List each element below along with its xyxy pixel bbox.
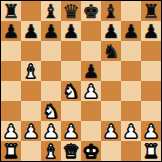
square-e4[interactable]: ♟ xyxy=(81,81,101,101)
square-h1[interactable]: ♜ xyxy=(141,141,161,161)
square-c2[interactable]: ♟ xyxy=(41,121,61,141)
square-e7[interactable] xyxy=(81,21,101,41)
square-b4[interactable] xyxy=(21,81,41,101)
white-knight[interactable]: ♞ xyxy=(62,81,79,101)
black-queen[interactable]: ♛ xyxy=(62,1,79,21)
square-h6[interactable] xyxy=(141,41,161,61)
square-g2[interactable]: ♟ xyxy=(121,121,141,141)
square-h8[interactable]: ♜ xyxy=(141,1,161,21)
square-h3[interactable] xyxy=(141,101,161,121)
square-d5[interactable] xyxy=(61,61,81,81)
square-a3[interactable] xyxy=(1,101,21,121)
white-rook[interactable]: ♜ xyxy=(142,141,159,161)
square-g1[interactable] xyxy=(121,141,141,161)
black-pawn[interactable]: ♟ xyxy=(122,21,139,41)
square-a4[interactable] xyxy=(1,81,21,101)
square-f6[interactable]: ♞ xyxy=(101,41,121,61)
square-a1[interactable]: ♜ xyxy=(1,141,21,161)
square-f2[interactable]: ♟ xyxy=(101,121,121,141)
square-c6[interactable] xyxy=(41,41,61,61)
square-d8[interactable]: ♛ xyxy=(61,1,81,21)
square-d7[interactable]: ♟ xyxy=(61,21,81,41)
square-g7[interactable]: ♟ xyxy=(121,21,141,41)
square-f1[interactable] xyxy=(101,141,121,161)
square-g5[interactable] xyxy=(121,61,141,81)
white-queen[interactable]: ♛ xyxy=(62,141,79,161)
square-d2[interactable]: ♟ xyxy=(61,121,81,141)
square-b2[interactable]: ♟ xyxy=(21,121,41,141)
square-d4[interactable]: ♞ xyxy=(61,81,81,101)
square-h4[interactable] xyxy=(141,81,161,101)
white-rook[interactable]: ♜ xyxy=(2,141,19,161)
white-king[interactable]: ♚ xyxy=(82,141,99,161)
square-f7[interactable]: ♟ xyxy=(101,21,121,41)
square-b6[interactable] xyxy=(21,41,41,61)
square-c5[interactable] xyxy=(41,61,61,81)
square-b7[interactable]: ♟ xyxy=(21,21,41,41)
black-pawn[interactable]: ♟ xyxy=(2,21,19,41)
square-a2[interactable]: ♟ xyxy=(1,121,21,141)
white-pawn[interactable]: ♟ xyxy=(2,121,19,141)
black-pawn[interactable]: ♟ xyxy=(142,21,159,41)
black-pawn[interactable]: ♟ xyxy=(22,21,39,41)
square-a5[interactable] xyxy=(1,61,21,81)
black-rook[interactable]: ♜ xyxy=(142,1,159,21)
square-g4[interactable] xyxy=(121,81,141,101)
white-bishop[interactable]: ♝ xyxy=(42,141,59,161)
square-b8[interactable] xyxy=(21,1,41,21)
square-h7[interactable]: ♟ xyxy=(141,21,161,41)
white-pawn[interactable]: ♟ xyxy=(22,121,39,141)
white-knight[interactable]: ♞ xyxy=(42,101,59,121)
square-e5[interactable]: ♟ xyxy=(81,61,101,81)
square-e6[interactable] xyxy=(81,41,101,61)
white-pawn[interactable]: ♟ xyxy=(62,121,79,141)
black-rook[interactable]: ♜ xyxy=(2,1,19,21)
square-a6[interactable] xyxy=(1,41,21,61)
square-g8[interactable] xyxy=(121,1,141,21)
square-d1[interactable]: ♛ xyxy=(61,141,81,161)
white-pawn[interactable]: ♟ xyxy=(142,121,159,141)
black-king[interactable]: ♚ xyxy=(82,1,99,21)
square-c8[interactable]: ♝ xyxy=(41,1,61,21)
square-g3[interactable] xyxy=(121,101,141,121)
black-pawn[interactable]: ♟ xyxy=(62,21,79,41)
square-h2[interactable]: ♟ xyxy=(141,121,161,141)
black-pawn[interactable]: ♟ xyxy=(42,21,59,41)
square-e3[interactable] xyxy=(81,101,101,121)
square-h5[interactable] xyxy=(141,61,161,81)
square-c7[interactable]: ♟ xyxy=(41,21,61,41)
square-e2[interactable] xyxy=(81,121,101,141)
square-f4[interactable] xyxy=(101,81,121,101)
square-f3[interactable] xyxy=(101,101,121,121)
black-bishop[interactable]: ♝ xyxy=(102,1,119,21)
black-bishop[interactable]: ♝ xyxy=(42,1,59,21)
square-b5[interactable]: ♝ xyxy=(21,61,41,81)
square-b1[interactable] xyxy=(21,141,41,161)
square-f5[interactable] xyxy=(101,61,121,81)
square-e8[interactable]: ♚ xyxy=(81,1,101,21)
white-pawn[interactable]: ♟ xyxy=(42,121,59,141)
black-pawn[interactable]: ♟ xyxy=(102,21,119,41)
white-pawn[interactable]: ♟ xyxy=(82,81,99,101)
square-g6[interactable] xyxy=(121,41,141,61)
black-knight[interactable]: ♞ xyxy=(102,41,119,61)
square-a8[interactable]: ♜ xyxy=(1,1,21,21)
square-a7[interactable]: ♟ xyxy=(1,21,21,41)
square-c4[interactable] xyxy=(41,81,61,101)
square-d6[interactable] xyxy=(61,41,81,61)
square-b3[interactable] xyxy=(21,101,41,121)
white-pawn[interactable]: ♟ xyxy=(122,121,139,141)
white-pawn[interactable]: ♟ xyxy=(102,121,119,141)
square-f8[interactable]: ♝ xyxy=(101,1,121,21)
white-bishop[interactable]: ♝ xyxy=(22,61,39,81)
square-c1[interactable]: ♝ xyxy=(41,141,61,161)
square-d3[interactable] xyxy=(61,101,81,121)
chess-board: ♜♝♛♚♝♜♟♟♟♟♟♟♟♞♝♟♞♟♞♟♟♟♟♟♟♟♜♝♛♚♜ xyxy=(0,0,162,162)
square-e1[interactable]: ♚ xyxy=(81,141,101,161)
black-pawn[interactable]: ♟ xyxy=(82,61,99,81)
square-c3[interactable]: ♞ xyxy=(41,101,61,121)
